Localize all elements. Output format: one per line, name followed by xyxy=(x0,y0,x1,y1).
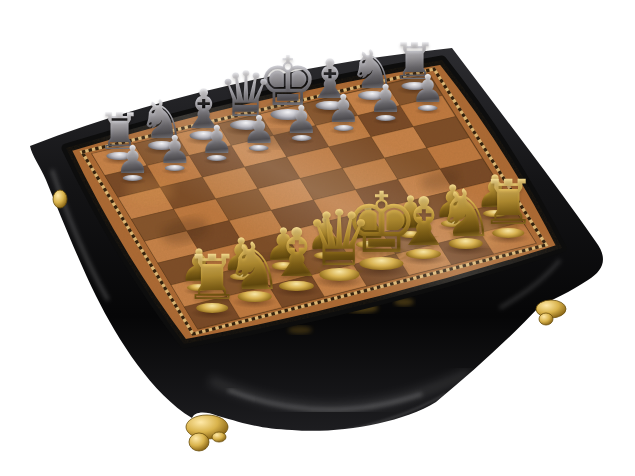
front-right-foot xyxy=(536,300,566,325)
apron-gold-ornament xyxy=(288,326,312,334)
front-left-foot xyxy=(186,415,228,451)
rear-left-foot xyxy=(53,190,67,208)
chess-set-illustration xyxy=(0,0,635,476)
product-photo-stage: ♜♜♞♞♝♝♟♟♚♚♟♟♛♛♟♟♝♝♟♟♞♞♟♟♜♜♟♟♟♟♟♟♟♟♟♟♟♟♜♜… xyxy=(0,0,635,476)
